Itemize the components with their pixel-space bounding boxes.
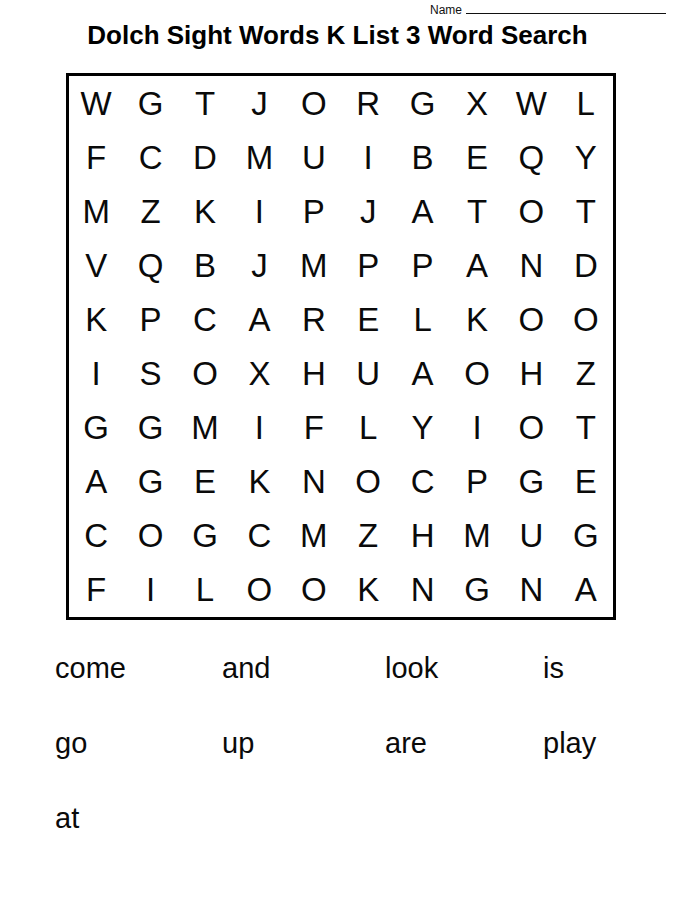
grid-cell-r4c5: M [287, 238, 341, 292]
grid-cell-r1c8: X [450, 76, 504, 130]
grid-cell-r5c4: A [232, 292, 286, 346]
grid-cell-r1c3: T [178, 76, 232, 130]
word-list: comeandlookisgoupareplayat [55, 650, 620, 875]
grid-cell-r2c2: C [123, 130, 177, 184]
grid-cell-r9c8: M [450, 509, 504, 563]
grid-cell-r10c1: F [69, 563, 123, 617]
name-label: Name [430, 3, 462, 17]
grid-cell-r6c6: U [341, 346, 395, 400]
grid-cell-r6c8: O [450, 346, 504, 400]
grid-cell-r3c6: J [341, 184, 395, 238]
grid-cell-r4c6: P [341, 238, 395, 292]
word-look: look [385, 654, 438, 683]
grid-cell-r4c10: D [559, 238, 613, 292]
grid-cell-r4c3: B [178, 238, 232, 292]
grid-cell-r3c1: M [69, 184, 123, 238]
grid-cell-r4c2: Q [123, 238, 177, 292]
word-come: come [55, 654, 126, 683]
grid-cell-r5c9: O [504, 292, 558, 346]
grid-cell-r6c4: X [232, 346, 286, 400]
grid-cell-r4c9: N [504, 238, 558, 292]
grid-cell-r3c9: O [504, 184, 558, 238]
grid-cell-r9c7: H [395, 509, 449, 563]
grid-cell-r9c5: M [287, 509, 341, 563]
grid-cell-r7c7: Y [395, 401, 449, 455]
grid-cell-r5c5: R [287, 292, 341, 346]
grid-cell-r4c7: P [395, 238, 449, 292]
grid-cell-r1c4: J [232, 76, 286, 130]
grid-cell-r8c6: O [341, 455, 395, 509]
grid-cell-r5c10: O [559, 292, 613, 346]
word-are: are [385, 729, 427, 758]
grid-cell-r6c9: H [504, 346, 558, 400]
grid-cell-r5c1: K [69, 292, 123, 346]
name-blank-line [466, 2, 666, 14]
grid-cell-r8c3: E [178, 455, 232, 509]
grid-cell-r3c10: T [559, 184, 613, 238]
grid-cell-r4c4: J [232, 238, 286, 292]
name-field-row: Name [430, 2, 673, 17]
grid-cell-r6c10: Z [559, 346, 613, 400]
grid-cell-r2c4: M [232, 130, 286, 184]
grid-cell-r2c1: F [69, 130, 123, 184]
grid-cell-r9c2: O [123, 509, 177, 563]
word-list-row-3: at [55, 800, 620, 836]
grid-cell-r2c7: B [395, 130, 449, 184]
grid-cell-r1c6: R [341, 76, 395, 130]
word-search-grid: WGTJORGXWLFCDMUIBEQYMZKIPJATOTVQBJMPPAND… [66, 73, 616, 620]
word-is: is [543, 654, 564, 683]
word-play: play [543, 729, 596, 758]
grid-cell-r1c7: G [395, 76, 449, 130]
grid-cell-r10c5: O [287, 563, 341, 617]
word-list-row-2: goupareplay [55, 725, 620, 761]
grid-cell-r6c3: O [178, 346, 232, 400]
grid-cell-r7c8: I [450, 401, 504, 455]
grid-cell-r4c8: A [450, 238, 504, 292]
grid-cell-r5c7: L [395, 292, 449, 346]
grid-cell-r2c6: I [341, 130, 395, 184]
grid-cell-r10c7: N [395, 563, 449, 617]
grid-cell-r8c9: G [504, 455, 558, 509]
grid-cell-r8c1: A [69, 455, 123, 509]
grid-cell-r5c3: C [178, 292, 232, 346]
grid-cell-r1c9: W [504, 76, 558, 130]
grid-cell-r5c2: P [123, 292, 177, 346]
grid-cell-r3c5: P [287, 184, 341, 238]
grid-cell-r10c9: N [504, 563, 558, 617]
grid-cell-r8c7: C [395, 455, 449, 509]
grid-cell-r9c10: G [559, 509, 613, 563]
grid-cell-r9c6: Z [341, 509, 395, 563]
grid-cell-r1c2: G [123, 76, 177, 130]
grid-cell-r2c8: E [450, 130, 504, 184]
grid-cell-r6c1: I [69, 346, 123, 400]
grid-cell-r2c3: D [178, 130, 232, 184]
grid-cell-r9c3: G [178, 509, 232, 563]
grid-cell-r2c10: Y [559, 130, 613, 184]
grid-cell-r10c8: G [450, 563, 504, 617]
grid-cell-r8c10: E [559, 455, 613, 509]
grid-cell-r9c4: C [232, 509, 286, 563]
grid-cell-r2c9: Q [504, 130, 558, 184]
word-up: up [222, 729, 254, 758]
grid-cell-r7c6: L [341, 401, 395, 455]
grid-cell-r7c2: G [123, 401, 177, 455]
grid-cell-r5c8: K [450, 292, 504, 346]
grid-cell-r6c2: S [123, 346, 177, 400]
grid-cell-r8c5: N [287, 455, 341, 509]
grid-cell-r7c9: O [504, 401, 558, 455]
grid-cell-r3c7: A [395, 184, 449, 238]
grid-cell-r7c10: T [559, 401, 613, 455]
grid-cell-r7c4: I [232, 401, 286, 455]
word-list-row-1: comeandlookis [55, 650, 620, 686]
grid-cell-r8c2: G [123, 455, 177, 509]
word-go: go [55, 729, 87, 758]
grid-cell-r10c10: A [559, 563, 613, 617]
grid-cell-r5c6: E [341, 292, 395, 346]
grid-cell-r10c4: O [232, 563, 286, 617]
word-at: at [55, 804, 79, 833]
grid-cell-r3c2: Z [123, 184, 177, 238]
grid-cell-r10c2: I [123, 563, 177, 617]
grid-cell-r8c8: P [450, 455, 504, 509]
grid-cell-r3c4: I [232, 184, 286, 238]
grid-cell-r6c7: A [395, 346, 449, 400]
grid-cell-r7c5: F [287, 401, 341, 455]
grid-cell-r1c1: W [69, 76, 123, 130]
grid-cell-r10c6: K [341, 563, 395, 617]
grid-cell-r1c5: O [287, 76, 341, 130]
grid-cell-r7c1: G [69, 401, 123, 455]
word-and: and [222, 654, 270, 683]
page-title: Dolch Sight Words K List 3 Word Search [0, 20, 675, 51]
grid-cell-r10c3: L [178, 563, 232, 617]
grid-cell-r3c3: K [178, 184, 232, 238]
grid-cell-r7c3: M [178, 401, 232, 455]
grid-cell-r8c4: K [232, 455, 286, 509]
grid-cell-r2c5: U [287, 130, 341, 184]
grid-cell-r4c1: V [69, 238, 123, 292]
grid-cell-r9c9: U [504, 509, 558, 563]
grid-cell-r6c5: H [287, 346, 341, 400]
grid-cell-r9c1: C [69, 509, 123, 563]
grid-cell-r3c8: T [450, 184, 504, 238]
grid-cell-r1c10: L [559, 76, 613, 130]
